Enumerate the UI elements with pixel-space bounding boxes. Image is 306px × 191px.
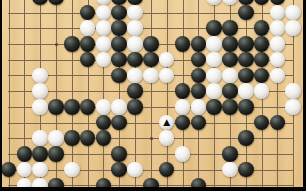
black-stone (64, 99, 80, 115)
white-stone (270, 52, 286, 68)
black-stone (1, 162, 17, 178)
black-stone (175, 83, 191, 99)
black-stone (254, 0, 270, 5)
black-stone (238, 99, 254, 115)
black-stone (111, 146, 127, 162)
black-stone (143, 52, 159, 68)
white-stone (80, 20, 96, 36)
white-stone (285, 5, 301, 21)
black-stone (111, 36, 127, 52)
white-stone (32, 130, 48, 146)
black-stone (32, 0, 48, 5)
black-stone (238, 162, 254, 178)
white-stone (222, 0, 238, 5)
black-stone (191, 68, 207, 84)
white-stone (206, 36, 222, 52)
white-stone (285, 83, 301, 99)
white-stone (48, 130, 64, 146)
white-stone (127, 36, 143, 52)
black-stone (127, 0, 143, 5)
black-stone (222, 83, 238, 99)
letterbox-bar-left (0, 0, 2, 190)
last-move-triangle-marker: ▲ (163, 118, 170, 127)
black-stone (80, 36, 96, 52)
black-stone (222, 36, 238, 52)
black-stone (80, 99, 96, 115)
black-stone (159, 162, 175, 178)
black-stone (48, 0, 64, 5)
black-stone (64, 130, 80, 146)
white-stone (32, 162, 48, 178)
black-stone (127, 83, 143, 99)
white-stone (96, 5, 112, 21)
black-stone (127, 99, 143, 115)
letterbox-bar-right (303, 0, 306, 190)
black-stone (222, 99, 238, 115)
letterbox-bar-bottom (0, 187, 305, 191)
black-stone (191, 83, 207, 99)
white-stone (96, 52, 112, 68)
white-stone (285, 99, 301, 115)
star-point (55, 43, 58, 46)
grid-line-vertical (151, 0, 152, 187)
white-stone (238, 83, 254, 99)
black-stone (111, 20, 127, 36)
black-stone (17, 146, 33, 162)
black-stone (254, 52, 270, 68)
white-stone (206, 0, 222, 5)
black-stone (111, 68, 127, 84)
white-stone (64, 162, 80, 178)
white-stone (96, 0, 112, 5)
black-stone (270, 115, 286, 131)
black-stone (175, 36, 191, 52)
black-stone (254, 20, 270, 36)
grid-line-vertical (9, 0, 10, 187)
white-stone (111, 99, 127, 115)
white-stone: ▲ (159, 115, 175, 131)
white-stone (222, 162, 238, 178)
white-stone (175, 99, 191, 115)
black-stone (254, 115, 270, 131)
black-stone (191, 52, 207, 68)
white-stone (127, 162, 143, 178)
black-stone (222, 146, 238, 162)
black-stone (238, 52, 254, 68)
black-stone (64, 36, 80, 52)
black-stone (111, 5, 127, 21)
white-stone (285, 20, 301, 36)
white-stone (127, 68, 143, 84)
white-stone (127, 5, 143, 21)
white-stone (96, 20, 112, 36)
black-stone (32, 146, 48, 162)
white-stone (270, 20, 286, 36)
white-stone (32, 68, 48, 84)
black-stone (80, 5, 96, 21)
grid-line-vertical (167, 0, 168, 187)
black-stone (238, 5, 254, 21)
white-stone (17, 162, 33, 178)
white-stone (96, 36, 112, 52)
black-stone (175, 115, 191, 131)
white-stone (206, 52, 222, 68)
black-stone (222, 52, 238, 68)
white-stone (270, 68, 286, 84)
white-stone (32, 83, 48, 99)
black-stone (222, 20, 238, 36)
black-stone (48, 99, 64, 115)
white-stone (222, 68, 238, 84)
black-stone (143, 36, 159, 52)
white-stone (143, 68, 159, 84)
black-stone (254, 68, 270, 84)
white-stone (159, 52, 175, 68)
black-stone (206, 99, 222, 115)
white-stone (32, 99, 48, 115)
black-stone (270, 0, 286, 5)
white-stone (270, 36, 286, 52)
black-stone (111, 0, 127, 5)
black-stone (127, 52, 143, 68)
white-stone (175, 146, 191, 162)
white-stone (254, 83, 270, 99)
white-stone (191, 99, 207, 115)
black-stone (238, 0, 254, 5)
grid-line-vertical (72, 0, 73, 187)
go-board[interactable]: ▲ (0, 0, 305, 190)
black-stone (111, 115, 127, 131)
white-stone (159, 68, 175, 84)
black-stone (238, 68, 254, 84)
video-frame: ▲ (0, 0, 305, 190)
white-stone (96, 99, 112, 115)
black-stone (48, 146, 64, 162)
black-stone (80, 52, 96, 68)
black-stone (191, 36, 207, 52)
white-stone (206, 68, 222, 84)
black-stone (111, 52, 127, 68)
white-stone (206, 83, 222, 99)
black-stone (96, 130, 112, 146)
white-stone (159, 130, 175, 146)
black-stone (191, 115, 207, 131)
black-stone (254, 36, 270, 52)
star-point (150, 137, 153, 140)
black-stone (238, 130, 254, 146)
black-stone (111, 162, 127, 178)
white-stone (270, 5, 286, 21)
black-stone (80, 130, 96, 146)
black-stone (206, 20, 222, 36)
white-stone (127, 20, 143, 36)
black-stone (96, 115, 112, 131)
black-stone (238, 36, 254, 52)
